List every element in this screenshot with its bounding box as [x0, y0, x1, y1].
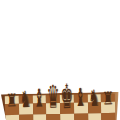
black-bishop-c8[interactable]: ♝	[33, 86, 45, 111]
black-bishop-f8[interactable]: ♝	[74, 85, 86, 110]
black-rook-a8[interactable]: ♜	[6, 91, 18, 109]
piece-layer: ♜♞♝♛♚♝♞♜	[3, 0, 115, 106]
photo-tilt-wrapper: ♜♞♝♛♚♝♞♜	[0, 0, 120, 120]
black-queen-d8[interactable]: ♛	[46, 81, 59, 113]
square-g6[interactable]	[88, 113, 102, 120]
chess-set-photo: ♜♞♝♛♚♝♞♜	[0, 0, 120, 120]
square-f6[interactable]	[74, 113, 88, 120]
black-rook-h8[interactable]: ♜	[102, 89, 114, 107]
piece-cell-h8: ♜	[99, 0, 115, 104]
black-knight-b8[interactable]: ♞	[19, 87, 31, 110]
square-a6[interactable]	[5, 115, 19, 120]
square-b6[interactable]	[19, 115, 33, 120]
square-c6[interactable]	[33, 114, 47, 120]
black-king-e8[interactable]: ♚	[60, 79, 73, 113]
square-h6[interactable]	[101, 113, 115, 120]
black-knight-g8[interactable]: ♞	[88, 86, 100, 109]
square-d6[interactable]	[46, 114, 60, 120]
